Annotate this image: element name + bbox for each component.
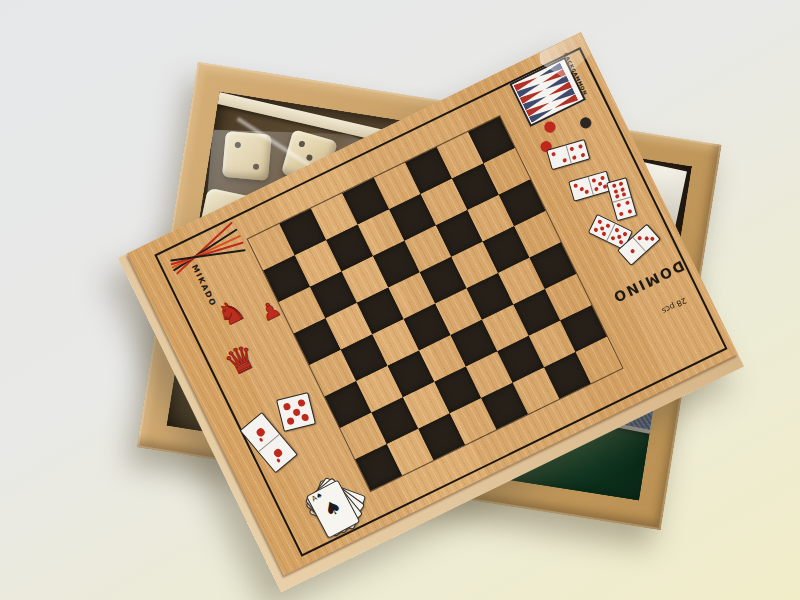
tile-pip: [614, 227, 619, 232]
tile-pip: [606, 223, 611, 228]
tile-pip: [620, 187, 625, 192]
tile-pip: [599, 225, 604, 230]
tile-pip: [643, 236, 649, 242]
photo-scene: MIKADO ♞♟♛ ♥♦♣A♠♠ BACKGAMMON DOMINO 28 p…: [0, 0, 800, 600]
tile-pip: [578, 144, 583, 149]
spade-pip: ♠: [321, 496, 345, 521]
tile-pip: [614, 194, 619, 199]
tile-pip: [619, 181, 624, 186]
tile-pip: [254, 427, 265, 438]
tile-pip: [572, 155, 577, 160]
tile-pip: [580, 152, 585, 157]
tile-pip: [617, 203, 622, 208]
tile-pip: [613, 189, 618, 194]
tile-pip: [573, 183, 578, 188]
tile-pip: [650, 236, 656, 242]
tile-half: [613, 197, 637, 221]
tile-pip: [622, 192, 627, 197]
tile-pip: [619, 211, 624, 216]
die-pip: [301, 413, 309, 421]
tile-pip: [627, 209, 632, 214]
tile-pip: [593, 227, 598, 232]
tile-pip: [601, 232, 606, 237]
tile-pip: [570, 147, 575, 152]
die-pip: [286, 417, 294, 425]
die-pip: [292, 408, 300, 416]
tile-pip: [610, 236, 615, 241]
tiny-red-mark: [276, 459, 281, 464]
tile-pip: [591, 178, 596, 183]
tile-pip: [611, 184, 616, 189]
tile-pip: [625, 201, 630, 206]
die-pip: [282, 402, 290, 410]
tile-pip: [551, 152, 556, 157]
tiny-red-mark: [259, 438, 264, 443]
tile-pip: [585, 190, 590, 195]
tile-pip: [629, 248, 635, 254]
tile-pip: [594, 187, 599, 192]
tile-pip: [579, 186, 584, 191]
tile-pip: [636, 235, 642, 241]
tile-pip: [562, 158, 567, 163]
die-pip: [297, 398, 305, 406]
tile-pip: [597, 181, 602, 186]
tile-pip: [597, 219, 602, 224]
tile-pip: [272, 447, 283, 458]
tile-half: [566, 140, 590, 164]
tile-pip: [600, 175, 605, 180]
tile-pip: [616, 233, 621, 238]
tile-pip: [623, 231, 628, 236]
